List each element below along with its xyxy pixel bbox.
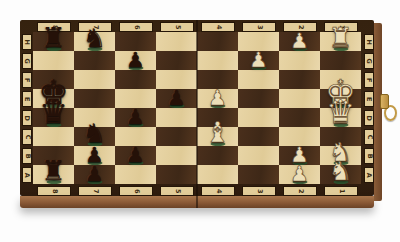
coord-label-right-E: E (364, 91, 374, 107)
square-a4[interactable] (197, 165, 238, 184)
coord-label-bottom-8: 8 (37, 186, 71, 196)
coord-label-left-A: A (22, 167, 32, 183)
pawn-glyph: ♟ (115, 51, 156, 70)
pawn-glyph: ♟ (115, 108, 156, 127)
coord-label-left-C: C (22, 129, 32, 145)
square-d2[interactable] (279, 108, 320, 127)
piece-white-rook-h1[interactable]: ♜ (320, 32, 361, 51)
pawn-glyph: ♟ (279, 32, 320, 51)
square-f2[interactable] (279, 70, 320, 89)
coord-label-top-4: 4 (201, 22, 235, 32)
piece-black-pawn-g6[interactable]: ♟ (115, 51, 156, 70)
square-g1[interactable] (320, 51, 361, 70)
square-g4[interactable] (197, 51, 238, 70)
bishop-glyph: ♝ (197, 120, 238, 146)
piece-black-pawn-e5[interactable]: ♟ (156, 89, 197, 108)
box-right-side (374, 23, 382, 201)
chess-set-scene: ♜♛♚♜♟♟♞♞♟♟♟♟♝♟♟♟♟♟♞♞♛♚♜ 8877665544332211… (0, 0, 400, 242)
square-d3[interactable] (238, 108, 279, 127)
square-g2[interactable] (279, 51, 320, 70)
knight-glyph: ♞ (320, 160, 361, 184)
pawn-glyph: ♟ (238, 51, 279, 70)
rook-glyph: ♜ (320, 26, 361, 51)
piece-white-pawn-a2[interactable]: ♟ (279, 165, 320, 184)
piece-black-queen-d8[interactable]: ♛ (33, 108, 74, 127)
coord-label-left-G: G (22, 53, 32, 69)
board-fold-seam (196, 20, 198, 208)
square-c5[interactable] (156, 127, 197, 146)
square-g8[interactable] (33, 51, 74, 70)
piece-black-pawn-a7[interactable]: ♟ (74, 165, 115, 184)
rook-glyph: ♜ (33, 159, 74, 184)
coord-label-right-G: G (364, 53, 374, 69)
square-e2[interactable] (279, 89, 320, 108)
coord-label-left-H: H (22, 34, 32, 50)
pawn-glyph: ♟ (115, 146, 156, 165)
piece-black-rook-h8[interactable]: ♜ (33, 32, 74, 51)
coord-label-right-C: C (364, 129, 374, 145)
coord-label-top-6: 6 (119, 22, 153, 32)
coord-label-bottom-3: 3 (242, 186, 276, 196)
square-f7[interactable] (74, 70, 115, 89)
coord-label-bottom-7: 7 (78, 186, 112, 196)
queen-glyph: ♛ (33, 98, 74, 127)
rook-glyph: ♜ (33, 26, 74, 51)
coord-label-top-3: 3 (242, 22, 276, 32)
coord-label-bottom-6: 6 (119, 186, 153, 196)
square-b5[interactable] (156, 146, 197, 165)
square-e3[interactable] (238, 89, 279, 108)
coord-label-right-F: F (364, 72, 374, 88)
piece-white-queen-d1[interactable]: ♛ (320, 108, 361, 127)
piece-black-pawn-d6[interactable]: ♟ (115, 108, 156, 127)
square-b3[interactable] (238, 146, 279, 165)
coord-label-left-E: E (22, 91, 32, 107)
square-f3[interactable] (238, 70, 279, 89)
piece-black-knight-h7[interactable]: ♞ (74, 32, 115, 51)
piece-black-pawn-b6[interactable]: ♟ (115, 146, 156, 165)
queen-glyph: ♛ (320, 98, 361, 127)
square-a5[interactable] (156, 165, 197, 184)
square-f6[interactable] (115, 70, 156, 89)
square-h5[interactable] (156, 32, 197, 51)
coord-label-bottom-5: 5 (160, 186, 194, 196)
pawn-glyph: ♟ (74, 165, 115, 184)
coord-label-bottom-2: 2 (283, 186, 317, 196)
coord-label-left-D: D (22, 110, 32, 126)
pawn-glyph: ♟ (279, 165, 320, 184)
square-a3[interactable] (238, 165, 279, 184)
knight-glyph: ♞ (74, 27, 115, 51)
coord-label-right-H: H (364, 34, 374, 50)
coord-label-bottom-4: 4 (201, 186, 235, 196)
piece-white-pawn-h2[interactable]: ♟ (279, 32, 320, 51)
coord-label-left-B: B (22, 148, 32, 164)
coord-label-right-D: D (364, 110, 374, 126)
piece-white-knight-a1[interactable]: ♞ (320, 165, 361, 184)
brass-clasp-icon[interactable] (380, 94, 389, 109)
coord-label-right-B: B (364, 148, 374, 164)
square-d5[interactable] (156, 108, 197, 127)
square-g7[interactable] (74, 51, 115, 70)
square-e7[interactable] (74, 89, 115, 108)
coord-label-left-F: F (22, 72, 32, 88)
square-h4[interactable] (197, 32, 238, 51)
piece-white-bishop-c4[interactable]: ♝ (197, 127, 238, 146)
coord-label-bottom-1: 1 (324, 186, 358, 196)
piece-white-pawn-e4[interactable]: ♟ (197, 89, 238, 108)
pawn-glyph: ♟ (197, 89, 238, 108)
piece-black-rook-a8[interactable]: ♜ (33, 165, 74, 184)
square-g5[interactable] (156, 51, 197, 70)
piece-white-pawn-g3[interactable]: ♟ (238, 51, 279, 70)
square-a6[interactable] (115, 165, 156, 184)
coord-label-right-A: A (364, 167, 374, 183)
coord-label-top-5: 5 (160, 22, 194, 32)
pawn-glyph: ♟ (156, 89, 197, 108)
square-c3[interactable] (238, 127, 279, 146)
